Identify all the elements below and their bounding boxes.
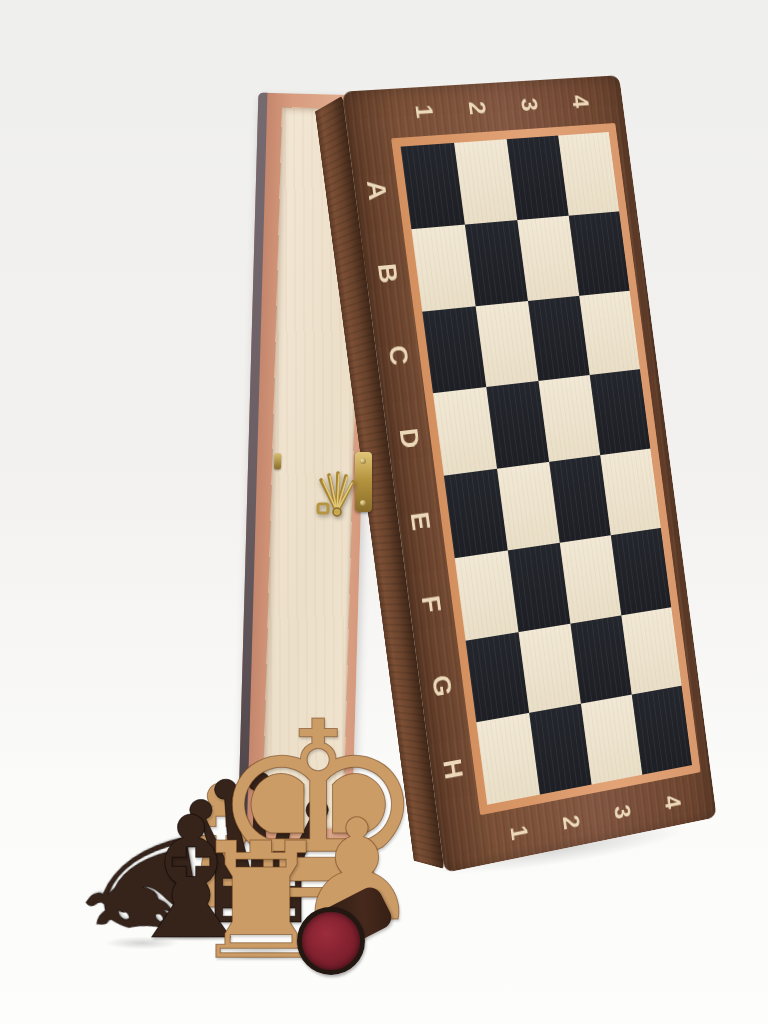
pawn-dark-lying-felt-base-felt: [297, 907, 365, 975]
board-inner-border: [391, 123, 701, 815]
brass-latch-fan-icon: [316, 466, 358, 518]
rank-label-bottom-3: 3: [608, 803, 635, 821]
file-label-b: B: [371, 261, 403, 284]
square-h4: [632, 686, 692, 775]
file-label-d: D: [393, 426, 425, 450]
square-g4: [621, 607, 681, 695]
square-c4: [579, 290, 640, 375]
square-e4: [600, 449, 661, 535]
square-f4: [611, 528, 671, 615]
file-label-a: A: [360, 179, 392, 201]
square-a4: [558, 132, 619, 215]
file-label-h: H: [437, 756, 469, 781]
rank-label-bottom-4: 4: [658, 793, 684, 811]
square-b4: [569, 211, 630, 295]
product-photo-scene: ABCDEFGH12341234 ♞♝♝♛♜♚♟: [0, 0, 768, 1024]
file-label-c: C: [382, 344, 414, 367]
brass-hinge-pin-icon: [274, 453, 281, 469]
file-label-e: E: [404, 510, 436, 533]
rank-label-top-3: 3: [515, 97, 542, 112]
rank-label-top-4: 4: [566, 94, 593, 109]
rank-label-bottom-2: 2: [557, 813, 584, 832]
rank-label-top-1: 1: [409, 104, 437, 119]
file-label-g: G: [426, 673, 458, 700]
rank-label-top-2: 2: [462, 101, 490, 116]
board-grid: [401, 132, 692, 805]
file-label-f: F: [415, 593, 447, 614]
rank-label-bottom-1: 1: [504, 824, 532, 843]
square-d4: [590, 369, 651, 455]
